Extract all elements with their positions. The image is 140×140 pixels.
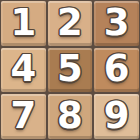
- tile-4-label: 4: [10, 50, 36, 89]
- tile-4[interactable]: 4: [1, 48, 46, 93]
- tile-1[interactable]: 1: [1, 1, 46, 46]
- tile-6-label: 6: [104, 50, 130, 89]
- tile-3[interactable]: 3: [94, 1, 139, 46]
- tile-7-label: 7: [10, 97, 36, 136]
- tile-9-label: 9: [104, 97, 130, 136]
- tile-6[interactable]: 6: [94, 48, 139, 93]
- tile-5-label: 5: [57, 50, 83, 89]
- tile-8-label: 8: [57, 97, 83, 136]
- tile-2[interactable]: 2: [48, 1, 93, 46]
- tile-8[interactable]: 8: [48, 94, 93, 139]
- puzzle-board: 1 2 3 4 5 6 7 8 9: [0, 0, 140, 140]
- tile-3-label: 3: [104, 4, 130, 43]
- tile-2-label: 2: [57, 4, 83, 43]
- tile-7[interactable]: 7: [1, 94, 46, 139]
- tile-1-label: 1: [10, 4, 36, 43]
- tile-5[interactable]: 5: [48, 48, 93, 93]
- tile-9[interactable]: 9: [94, 94, 139, 139]
